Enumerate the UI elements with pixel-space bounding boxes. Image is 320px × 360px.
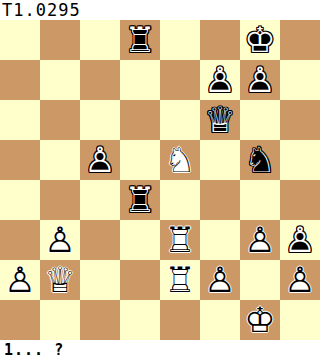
square-f7[interactable]: ♟♙ xyxy=(200,60,240,100)
square-h5[interactable] xyxy=(280,140,320,180)
white-queen: ♛♕ xyxy=(40,260,80,300)
square-d6[interactable] xyxy=(120,100,160,140)
square-a5[interactable] xyxy=(0,140,40,180)
square-c5[interactable]: ♟♙ xyxy=(80,140,120,180)
square-d8[interactable]: ♜♖ xyxy=(120,20,160,60)
square-d2[interactable] xyxy=(120,260,160,300)
white-rook: ♜♖ xyxy=(160,220,200,260)
square-e7[interactable] xyxy=(160,60,200,100)
black-king: ♚♔ xyxy=(240,20,280,60)
square-g3[interactable]: ♟♙ xyxy=(240,220,280,260)
square-a1[interactable] xyxy=(0,300,40,340)
square-c7[interactable] xyxy=(80,60,120,100)
black-pawn: ♟♙ xyxy=(200,60,240,100)
square-c8[interactable] xyxy=(80,20,120,60)
square-g7[interactable]: ♟♙ xyxy=(240,60,280,100)
black-knight: ♞♘ xyxy=(240,140,280,180)
square-d3[interactable] xyxy=(120,220,160,260)
square-f4[interactable] xyxy=(200,180,240,220)
square-c6[interactable] xyxy=(80,100,120,140)
square-h8[interactable] xyxy=(280,20,320,60)
square-b4[interactable] xyxy=(40,180,80,220)
square-a4[interactable] xyxy=(0,180,40,220)
square-a8[interactable] xyxy=(0,20,40,60)
black-rook: ♜♖ xyxy=(120,20,160,60)
square-b8[interactable] xyxy=(40,20,80,60)
square-c1[interactable] xyxy=(80,300,120,340)
square-h1[interactable] xyxy=(280,300,320,340)
square-b1[interactable] xyxy=(40,300,80,340)
square-d5[interactable] xyxy=(120,140,160,180)
square-d7[interactable] xyxy=(120,60,160,100)
square-h6[interactable] xyxy=(280,100,320,140)
square-f5[interactable] xyxy=(200,140,240,180)
white-pawn: ♟♙ xyxy=(280,260,320,300)
square-g4[interactable] xyxy=(240,180,280,220)
black-pawn: ♟♙ xyxy=(280,220,320,260)
square-a2[interactable]: ♟♙ xyxy=(0,260,40,300)
square-g5[interactable]: ♞♘ xyxy=(240,140,280,180)
chess-board: ♜♖♚♔♟♙♟♙♛♕♟♙♞♘♞♘♜♖♟♙♜♖♟♙♟♙♟♙♛♕♜♖♟♙♟♙♚♔ xyxy=(0,20,320,340)
square-b6[interactable] xyxy=(40,100,80,140)
square-e4[interactable] xyxy=(160,180,200,220)
square-f6[interactable]: ♛♕ xyxy=(200,100,240,140)
square-e1[interactable] xyxy=(160,300,200,340)
white-pawn: ♟♙ xyxy=(0,260,40,300)
white-king: ♚♔ xyxy=(240,300,280,340)
square-a7[interactable] xyxy=(0,60,40,100)
puzzle-id: T1.0295 xyxy=(0,0,320,20)
square-f2[interactable]: ♟♙ xyxy=(200,260,240,300)
square-g8[interactable]: ♚♔ xyxy=(240,20,280,60)
square-f1[interactable] xyxy=(200,300,240,340)
square-c3[interactable] xyxy=(80,220,120,260)
square-e5[interactable]: ♞♘ xyxy=(160,140,200,180)
square-f8[interactable] xyxy=(200,20,240,60)
square-h2[interactable]: ♟♙ xyxy=(280,260,320,300)
white-pawn: ♟♙ xyxy=(40,220,80,260)
square-a3[interactable] xyxy=(0,220,40,260)
white-rook: ♜♖ xyxy=(160,260,200,300)
square-b7[interactable] xyxy=(40,60,80,100)
move-prompt: 1... ? xyxy=(0,340,320,360)
square-d4[interactable]: ♜♖ xyxy=(120,180,160,220)
square-g1[interactable]: ♚♔ xyxy=(240,300,280,340)
black-pawn: ♟♙ xyxy=(240,60,280,100)
white-knight: ♞♘ xyxy=(160,140,200,180)
square-g6[interactable] xyxy=(240,100,280,140)
square-f3[interactable] xyxy=(200,220,240,260)
square-h4[interactable] xyxy=(280,180,320,220)
square-b3[interactable]: ♟♙ xyxy=(40,220,80,260)
chess-puzzle-page: T1.0295 ♜♖♚♔♟♙♟♙♛♕♟♙♞♘♞♘♜♖♟♙♜♖♟♙♟♙♟♙♛♕♜♖… xyxy=(0,0,320,360)
black-rook: ♜♖ xyxy=(120,180,160,220)
black-queen: ♛♕ xyxy=(200,100,240,140)
white-pawn: ♟♙ xyxy=(200,260,240,300)
square-g2[interactable] xyxy=(240,260,280,300)
square-c2[interactable] xyxy=(80,260,120,300)
square-h7[interactable] xyxy=(280,60,320,100)
square-d1[interactable] xyxy=(120,300,160,340)
square-b5[interactable] xyxy=(40,140,80,180)
square-e8[interactable] xyxy=(160,20,200,60)
square-a6[interactable] xyxy=(0,100,40,140)
square-c4[interactable] xyxy=(80,180,120,220)
black-pawn: ♟♙ xyxy=(80,140,120,180)
square-e2[interactable]: ♜♖ xyxy=(160,260,200,300)
square-e6[interactable] xyxy=(160,100,200,140)
square-h3[interactable]: ♟♙ xyxy=(280,220,320,260)
square-e3[interactable]: ♜♖ xyxy=(160,220,200,260)
white-pawn: ♟♙ xyxy=(240,220,280,260)
square-b2[interactable]: ♛♕ xyxy=(40,260,80,300)
